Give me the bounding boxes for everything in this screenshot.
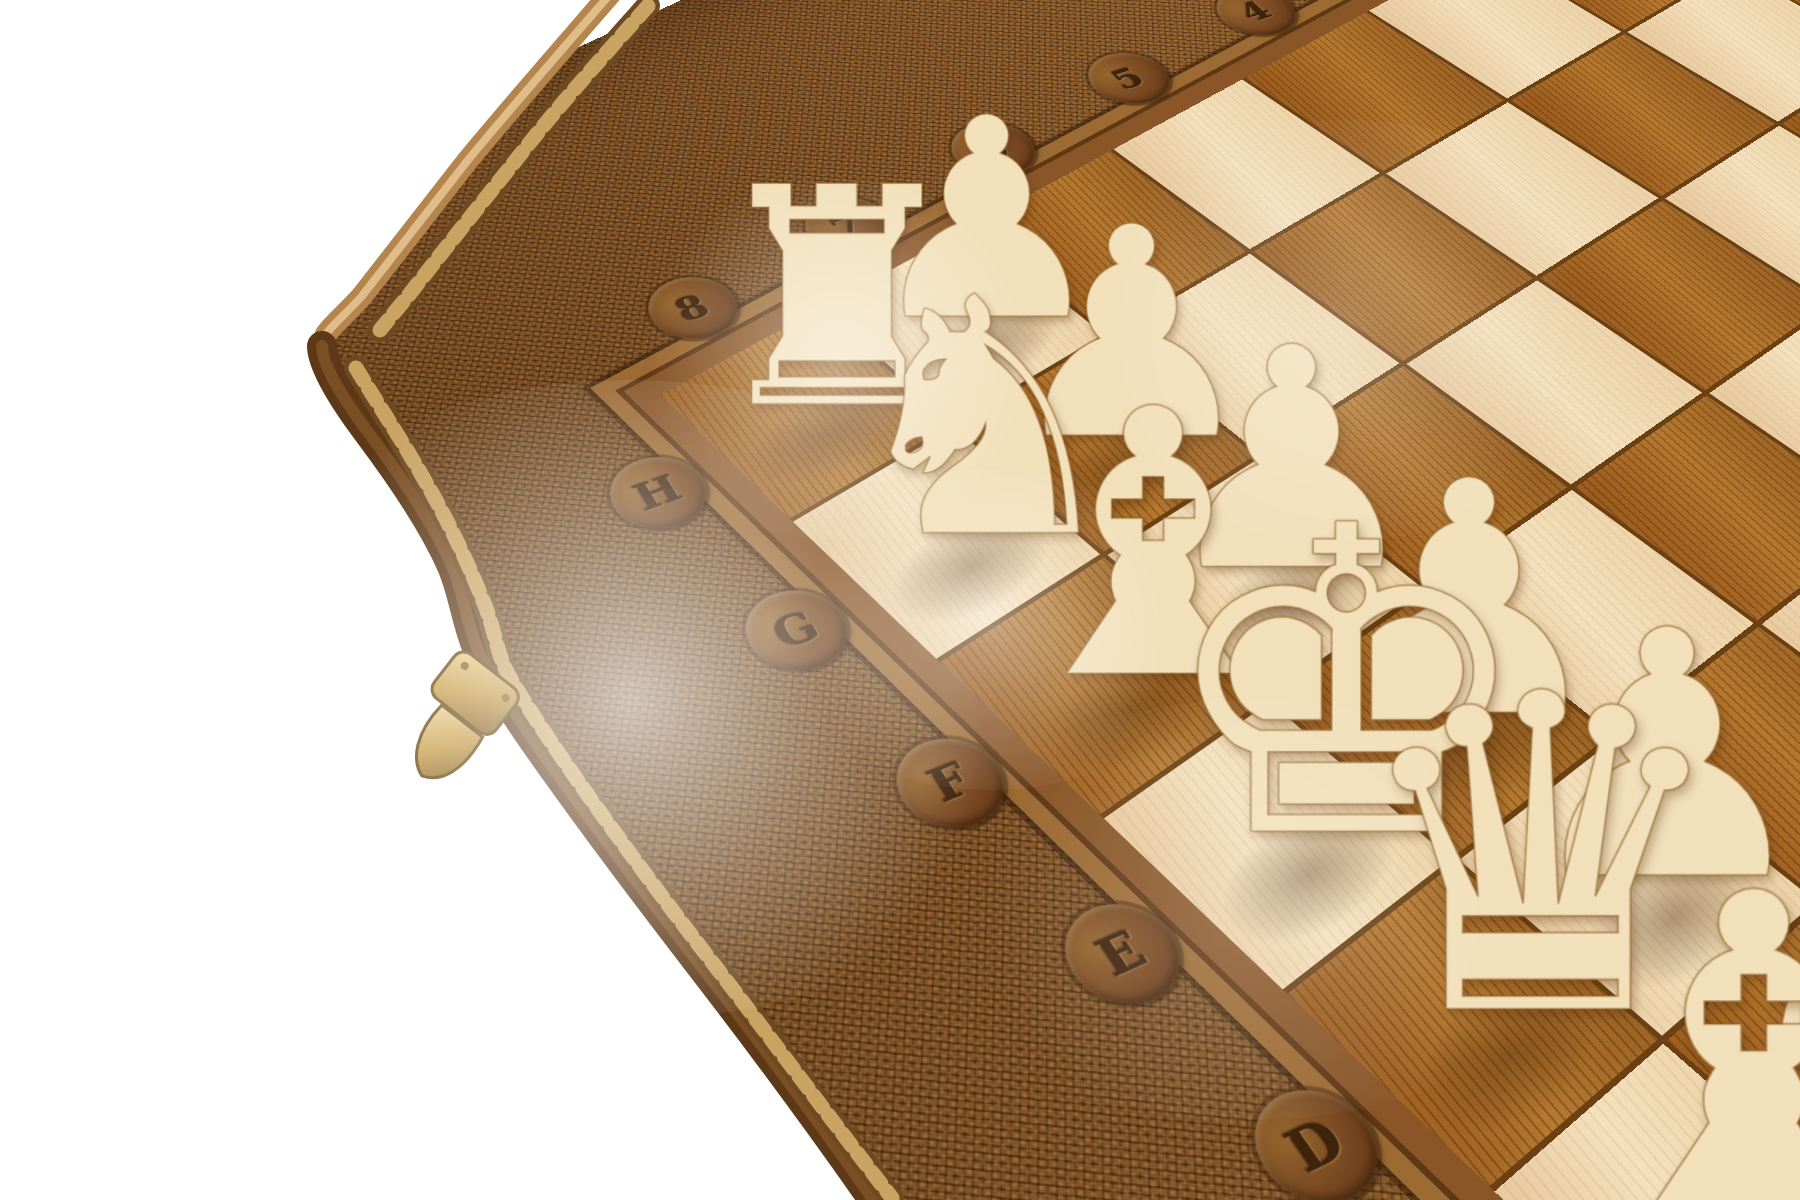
board-grid: ♜♟♞♟♝♟♚♟♛♟♝♟♞♟♜♟ bbox=[660, 0, 1800, 1200]
chess-board: ♜♟♞♟♝♟♚♟♛♟♝♟♞♟♜♟ HGFEDCBA87654321 bbox=[0, 0, 1800, 1200]
rank-label-5-text: 5 bbox=[1104, 61, 1153, 95]
file-label-f-text: F bbox=[918, 752, 982, 812]
file-label-h: H bbox=[591, 443, 725, 543]
board-scene: ♜♟♞♟♝♟♚♟♛♟♝♟♞♟♜♟ HGFEDCBA87654321 bbox=[0, 0, 1800, 1200]
file-label-d-text: D bbox=[1273, 1105, 1358, 1185]
rank-label-4-text: 4 bbox=[1231, 0, 1280, 27]
file-label-g: G bbox=[725, 575, 867, 686]
piece-white-bishop-c8[interactable]: ♝ bbox=[1556, 860, 1800, 1200]
file-label-e-text: E bbox=[1086, 919, 1158, 988]
file-label-g-text: G bbox=[763, 601, 828, 657]
rank-label-4: 4 bbox=[1200, 0, 1312, 45]
product-photo-canvas: { "game": "chess", "scene_description": … bbox=[0, 0, 1800, 1200]
file-label-h-text: H bbox=[626, 466, 691, 518]
